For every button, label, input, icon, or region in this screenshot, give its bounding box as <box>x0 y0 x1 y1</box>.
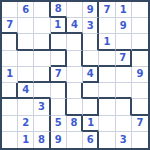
cell-r9c4[interactable]: 9 <box>51 132 67 148</box>
cell-r7c8[interactable] <box>116 99 132 115</box>
cell-r1c7[interactable]: 7 <box>99 2 115 18</box>
cell-r5c2[interactable] <box>18 67 34 83</box>
cell-r2c9[interactable] <box>132 18 148 34</box>
cell-r3c8[interactable] <box>116 34 132 50</box>
cell-r8c7[interactable] <box>99 116 115 132</box>
cell-r5c4[interactable]: 7 <box>51 67 67 83</box>
cell-r4c3[interactable] <box>34 51 50 67</box>
cell-r4c7[interactable] <box>99 51 115 67</box>
cell-r3c6[interactable] <box>83 34 99 50</box>
cell-r6c7[interactable] <box>99 83 115 99</box>
cell-r6c2[interactable]: 4 <box>18 83 34 99</box>
cell-r6c3[interactable] <box>34 83 50 99</box>
cell-r2c8[interactable]: 9 <box>116 18 132 34</box>
cell-r9c2[interactable]: 1 <box>18 132 34 148</box>
cell-r7c4[interactable] <box>51 99 67 115</box>
cell-r4c8[interactable]: 7 <box>116 51 132 67</box>
cell-r1c2[interactable]: 6 <box>18 2 34 18</box>
cell-r8c9[interactable]: 7 <box>132 116 148 132</box>
cell-r3c2[interactable] <box>18 34 34 50</box>
cell-r7c1[interactable] <box>2 99 18 115</box>
cell-r6c9[interactable] <box>132 83 148 99</box>
cell-r3c9[interactable] <box>132 34 148 50</box>
cell-r7c5[interactable] <box>67 99 83 115</box>
cell-r3c4[interactable] <box>51 34 67 50</box>
cell-r5c5[interactable] <box>67 67 83 83</box>
cell-r9c3[interactable]: 8 <box>34 132 50 148</box>
cell-r6c8[interactable] <box>116 83 132 99</box>
cell-r6c5[interactable] <box>67 83 83 99</box>
cell-r1c8[interactable]: 1 <box>116 2 132 18</box>
cell-r3c3[interactable] <box>34 34 50 50</box>
cell-r8c8[interactable] <box>116 116 132 132</box>
cell-r8c2[interactable]: 2 <box>18 116 34 132</box>
cell-r8c4[interactable]: 5 <box>51 116 67 132</box>
cell-r5c7[interactable] <box>99 67 115 83</box>
cell-r4c4[interactable] <box>51 51 67 67</box>
cell-r2c5[interactable]: 4 <box>67 18 83 34</box>
cell-r2c4[interactable]: 1 <box>51 18 67 34</box>
cell-r8c1[interactable] <box>2 116 18 132</box>
cell-r9c6[interactable]: 6 <box>83 132 99 148</box>
cell-r1c1[interactable] <box>2 2 18 18</box>
cell-r8c3[interactable] <box>34 116 50 132</box>
sudoku-board: 6897171439171749432581718963 <box>0 0 150 150</box>
cell-r1c9[interactable] <box>132 2 148 18</box>
cell-r3c1[interactable] <box>2 34 18 50</box>
cell-r5c1[interactable]: 1 <box>2 67 18 83</box>
cell-r4c6[interactable] <box>83 51 99 67</box>
cell-r2c6[interactable]: 3 <box>83 18 99 34</box>
cell-r2c1[interactable]: 7 <box>2 18 18 34</box>
cell-r1c3[interactable] <box>34 2 50 18</box>
cell-r6c4[interactable] <box>51 83 67 99</box>
cell-r1c5[interactable] <box>67 2 83 18</box>
cell-r1c6[interactable]: 9 <box>83 2 99 18</box>
cell-r6c6[interactable] <box>83 83 99 99</box>
cell-r9c5[interactable] <box>67 132 83 148</box>
cell-r7c3[interactable]: 3 <box>34 99 50 115</box>
cell-r5c9[interactable]: 9 <box>132 67 148 83</box>
cell-r7c7[interactable] <box>99 99 115 115</box>
cell-r2c7[interactable] <box>99 18 115 34</box>
cell-r9c8[interactable]: 3 <box>116 132 132 148</box>
cell-r4c5[interactable] <box>67 51 83 67</box>
cell-r4c9[interactable] <box>132 51 148 67</box>
cell-r9c1[interactable] <box>2 132 18 148</box>
cell-r6c1[interactable] <box>2 83 18 99</box>
cell-r7c2[interactable] <box>18 99 34 115</box>
cell-r9c9[interactable] <box>132 132 148 148</box>
cell-r3c7[interactable]: 1 <box>99 34 115 50</box>
cell-r8c5[interactable]: 8 <box>67 116 83 132</box>
cell-r7c9[interactable] <box>132 99 148 115</box>
cell-r7c6[interactable] <box>83 99 99 115</box>
cell-r4c2[interactable] <box>18 51 34 67</box>
cell-r1c4[interactable]: 8 <box>51 2 67 18</box>
cell-r5c3[interactable] <box>34 67 50 83</box>
cell-r9c7[interactable] <box>99 132 115 148</box>
cell-r8c6[interactable]: 1 <box>83 116 99 132</box>
cell-r4c1[interactable] <box>2 51 18 67</box>
cell-r5c8[interactable] <box>116 67 132 83</box>
cell-r3c5[interactable] <box>67 34 83 50</box>
cell-r5c6[interactable]: 4 <box>83 67 99 83</box>
cell-r2c3[interactable] <box>34 18 50 34</box>
cell-r2c2[interactable] <box>18 18 34 34</box>
